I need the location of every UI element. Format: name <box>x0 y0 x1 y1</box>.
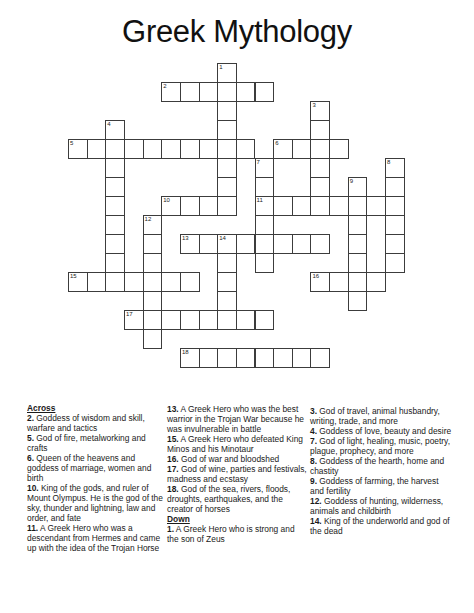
grid-cell[interactable] <box>385 215 405 235</box>
grid-cell[interactable] <box>310 158 330 178</box>
clue-item: 13. A Greek Hero who was the best warrio… <box>167 404 307 434</box>
clue-number: 2. <box>27 413 34 423</box>
grid-cell[interactable] <box>180 196 200 216</box>
clue-number: 14. <box>310 516 322 526</box>
grid-cell[interactable] <box>161 272 181 292</box>
grid-cell[interactable] <box>217 348 237 368</box>
grid-cell[interactable] <box>87 272 107 292</box>
clue-number: 4. <box>310 426 317 436</box>
clue-item: 7. God of light, healing, music, poetry,… <box>310 436 454 456</box>
grid-cell[interactable] <box>217 82 237 102</box>
grid-cell[interactable] <box>217 196 237 216</box>
clue-number: 9. <box>310 476 317 486</box>
grid-cell[interactable]: 5 <box>68 139 88 159</box>
grid-cell[interactable]: 1 <box>217 63 237 83</box>
clue-number: 7. <box>310 436 317 446</box>
grid-cell[interactable]: 12 <box>143 215 163 235</box>
clue-number: 3. <box>310 406 317 416</box>
grid-cell[interactable] <box>105 215 125 235</box>
clue-item: 18. God of the sea, rivers, floods, drou… <box>167 484 307 514</box>
clue-item: 9. Goddess of farming, the harvest and f… <box>310 476 454 496</box>
page-title: Greek Mythology <box>0 15 474 49</box>
clue-item: 4. Goddess of love, beauty and desire <box>310 426 454 436</box>
grid-cell[interactable] <box>124 139 144 159</box>
grid-cell[interactable] <box>180 272 200 292</box>
grid-cell[interactable] <box>255 234 275 254</box>
grid-cell[interactable] <box>199 196 219 216</box>
clue-number: 16. <box>167 454 179 464</box>
clue-item: 6. Queen of the heavens and goddess of m… <box>27 453 165 483</box>
grid-cell[interactable]: 18 <box>180 348 200 368</box>
clue-text: A Greek Hero who defeated King Minos and… <box>167 434 303 454</box>
grid-cell[interactable] <box>143 291 163 311</box>
grid-cell[interactable] <box>143 139 163 159</box>
grid-cell[interactable] <box>180 82 200 102</box>
clue-number: 15. <box>167 434 179 444</box>
cell-number: 17 <box>126 311 133 318</box>
cell-number: 10 <box>163 197 170 204</box>
clue-number: 12. <box>310 496 322 506</box>
grid-cell[interactable] <box>199 82 219 102</box>
grid-cell[interactable]: 14 <box>217 234 237 254</box>
grid-cell[interactable]: 7 <box>255 158 275 178</box>
grid-cell[interactable] <box>124 272 144 292</box>
grid-cell[interactable]: 10 <box>161 196 181 216</box>
clue-number: 5. <box>27 433 34 443</box>
clue-number: 11. <box>27 523 38 533</box>
cell-number: 5 <box>70 140 73 147</box>
grid-cell[interactable] <box>180 139 200 159</box>
clue-text: Goddess of farming, the harvest and fert… <box>310 476 439 496</box>
clue-text: King of the gods, and ruler of Mount Oly… <box>27 483 163 523</box>
grid-cell[interactable] <box>217 101 237 121</box>
clue-text: God of the sea, rivers, floods, droughts… <box>167 484 290 514</box>
grid-cell[interactable] <box>273 196 293 216</box>
grid-cell[interactable] <box>87 139 107 159</box>
grid-cell[interactable] <box>385 196 405 216</box>
grid-cell[interactable] <box>105 234 125 254</box>
grid-cell[interactable] <box>217 310 237 330</box>
grid-cell[interactable] <box>310 234 330 254</box>
cell-number: 9 <box>350 178 353 185</box>
grid-cell[interactable] <box>217 253 237 273</box>
grid-cell[interactable] <box>329 139 349 159</box>
clue-number: 13. <box>167 404 179 414</box>
grid-cell[interactable] <box>199 348 219 368</box>
grid-cell[interactable] <box>329 272 349 292</box>
grid-cell[interactable] <box>217 158 237 178</box>
cell-number: 8 <box>387 159 390 166</box>
crossword-worksheet: { "title": "Greek Mythology", "game": "c… <box>0 0 474 613</box>
grid-cell[interactable] <box>105 139 125 159</box>
grid-cell[interactable] <box>385 177 405 197</box>
clue-item: 1. A Greek Hero who is strong and the so… <box>167 524 307 544</box>
cell-number: 12 <box>145 216 152 223</box>
clue-number: 6. <box>27 453 34 463</box>
grid-cell[interactable] <box>180 310 200 330</box>
grid-cell[interactable] <box>255 82 275 102</box>
grid-cell[interactable]: 4 <box>105 120 125 140</box>
grid-cell[interactable] <box>161 310 181 330</box>
grid-cell[interactable] <box>105 253 125 273</box>
grid-cell[interactable] <box>217 272 237 292</box>
cell-number: 18 <box>182 349 189 356</box>
grid-cell[interactable] <box>161 139 181 159</box>
clue-item: 14. King of the underworld and god of th… <box>310 516 454 536</box>
clue-item: 5. God of fire, metalworking and crafts <box>27 433 165 453</box>
grid-cell[interactable] <box>217 139 237 159</box>
clue-item: 10. King of the gods, and ruler of Mount… <box>27 483 165 523</box>
clue-item: 11. A Greek Hero who was a descendant fr… <box>27 523 165 553</box>
grid-cell[interactable] <box>366 196 386 216</box>
grid-cell[interactable] <box>255 215 275 235</box>
grid-cell[interactable]: 16 <box>310 272 330 292</box>
grid-cell[interactable] <box>217 120 237 140</box>
grid-cell[interactable] <box>273 234 293 254</box>
grid-cell[interactable] <box>255 177 275 197</box>
grid-cell[interactable] <box>310 139 330 159</box>
grid-cell[interactable] <box>236 310 256 330</box>
grid-cell[interactable] <box>385 253 405 273</box>
clue-text: Goddess of wisdom and skill, warfare and… <box>27 413 145 433</box>
grid-cell[interactable] <box>292 234 312 254</box>
clue-text: A Greek Hero who is strong and the son o… <box>167 524 295 544</box>
grid-cell[interactable] <box>105 196 125 216</box>
grid-cell[interactable] <box>143 272 163 292</box>
clue-number: 1. <box>167 524 174 534</box>
grid-cell[interactable] <box>310 196 330 216</box>
clue-text: God of travel, animal husbandry, writing… <box>310 406 440 426</box>
grid-cell[interactable] <box>143 310 163 330</box>
grid-cell[interactable] <box>292 139 312 159</box>
clue-item: 17. God of wine, parties and festivals, … <box>167 464 307 484</box>
clue-number: 17. <box>167 464 179 474</box>
grid-cell[interactable] <box>310 177 330 197</box>
grid-cell[interactable]: 11 <box>255 196 275 216</box>
grid-cell[interactable] <box>236 139 256 159</box>
grid-cell[interactable]: 2 <box>161 82 181 102</box>
grid-cell[interactable] <box>366 272 386 292</box>
cell-number: 6 <box>275 140 278 147</box>
clue-item: 16. God of war and bloodshed <box>167 454 307 464</box>
clue-text: Goddess of hunting, wilderness, animals … <box>310 496 443 516</box>
clue-text: King of the underworld and god of the de… <box>310 516 450 536</box>
grid-cell[interactable] <box>255 253 275 273</box>
clue-item: 8. Goddess of the hearth, home and chast… <box>310 456 454 476</box>
crossword-grid: 123456789101112131415161718 <box>68 63 405 369</box>
cell-number: 7 <box>257 159 260 166</box>
clue-text: Queen of the heavens and goddess of marr… <box>27 453 151 483</box>
grid-cell[interactable] <box>348 196 368 216</box>
clue-item: 3. God of travel, animal husbandry, writ… <box>310 406 454 426</box>
clue-text: Goddess of the hearth, home and chastity <box>310 456 444 476</box>
grid-cell[interactable] <box>255 348 275 368</box>
grid-cell[interactable]: 17 <box>124 310 144 330</box>
clue-item: 12. Goddess of hunting, wilderness, anim… <box>310 496 454 516</box>
clues-column-3: 3. God of travel, animal husbandry, writ… <box>310 406 454 536</box>
grid-cell[interactable] <box>292 196 312 216</box>
grid-cell[interactable]: 9 <box>348 177 368 197</box>
grid-cell[interactable] <box>385 234 405 254</box>
clue-item: 15. A Greek Hero who defeated King Minos… <box>167 434 307 454</box>
cell-number: 14 <box>219 235 226 242</box>
clue-item: 2. Goddess of wisdom and skill, warfare … <box>27 413 165 433</box>
clues-column-1: Across2. Goddess of wisdom and skill, wa… <box>27 403 165 553</box>
grid-cell[interactable] <box>105 272 125 292</box>
grid-cell[interactable] <box>143 234 163 254</box>
grid-cell[interactable] <box>236 348 256 368</box>
grid-cell[interactable]: 13 <box>180 234 200 254</box>
cell-number: 16 <box>312 273 319 280</box>
cell-number: 11 <box>257 197 263 204</box>
grid-cell[interactable] <box>273 348 293 368</box>
cell-number: 3 <box>312 102 315 109</box>
clue-number: 18. <box>167 484 179 494</box>
grid-cell[interactable] <box>348 253 368 273</box>
clue-text: God of fire, metalworking and crafts <box>27 433 146 453</box>
cell-number: 13 <box>182 235 189 242</box>
grid-cell[interactable] <box>143 253 163 273</box>
grid-cell[interactable] <box>329 196 349 216</box>
grid-cell[interactable]: 3 <box>310 101 330 121</box>
grid-cell[interactable] <box>236 82 256 102</box>
grid-cell[interactable] <box>348 234 368 254</box>
grid-cell[interactable] <box>143 329 163 349</box>
clue-number: 8. <box>310 456 317 466</box>
grid-cell[interactable] <box>236 234 256 254</box>
grid-cell[interactable] <box>292 348 312 368</box>
grid-cell[interactable]: 15 <box>68 272 88 292</box>
clue-text: A Greek Hero who was a descendant from H… <box>27 523 160 553</box>
grid-cell[interactable] <box>105 158 125 178</box>
grid-cell[interactable] <box>199 234 219 254</box>
clue-text: God of light, healing, music, poetry, pl… <box>310 436 450 456</box>
grid-cell[interactable] <box>199 310 219 330</box>
grid-cell[interactable] <box>348 215 368 235</box>
grid-cell[interactable] <box>217 177 237 197</box>
clue-number: 10. <box>27 483 39 493</box>
across-header: Across <box>27 403 165 413</box>
cell-number: 15 <box>70 273 77 280</box>
grid-cell[interactable] <box>105 177 125 197</box>
cell-number: 4 <box>107 121 110 128</box>
clue-text: God of war and bloodshed <box>179 454 280 464</box>
grid-cell[interactable] <box>310 120 330 140</box>
clue-text: Goddess of love, beauty and desire <box>317 426 451 436</box>
grid-cell[interactable]: 8 <box>385 158 405 178</box>
grid-cell[interactable]: 6 <box>273 139 293 159</box>
grid-cell[interactable] <box>255 310 275 330</box>
grid-cell[interactable] <box>217 291 237 311</box>
clue-text: A Greek Hero who was the best warrior in… <box>167 404 304 434</box>
clue-text: God of wine, parties and festivals, madn… <box>167 464 307 484</box>
grid-cell[interactable] <box>348 272 368 292</box>
grid-cell[interactable] <box>310 348 330 368</box>
grid-cell[interactable] <box>199 139 219 159</box>
grid-cell[interactable] <box>348 291 368 311</box>
cell-number: 1 <box>219 64 222 71</box>
down-header: Down <box>167 514 307 524</box>
clues-column-2: 13. A Greek Hero who was the best warrio… <box>167 404 307 544</box>
cell-number: 2 <box>163 83 166 90</box>
